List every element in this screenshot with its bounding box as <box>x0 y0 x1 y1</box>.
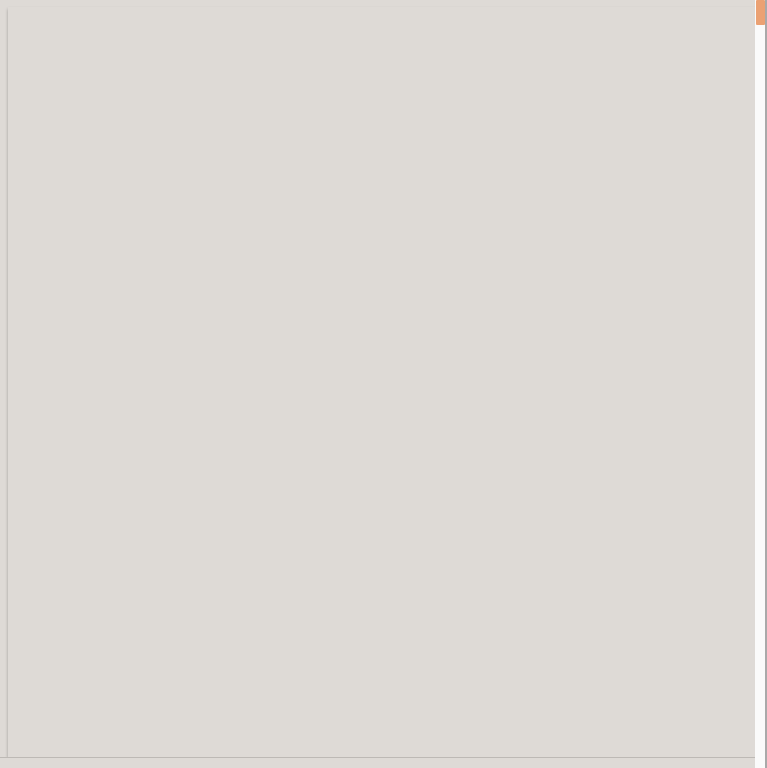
page-margin-left <box>0 0 8 768</box>
scrollbar-track[interactable] <box>755 0 767 768</box>
scrollbar-thumb[interactable] <box>756 0 765 25</box>
page-margin-bottom <box>0 757 767 768</box>
page-margin-top <box>0 0 767 7</box>
chess-board[interactable] <box>8 7 758 757</box>
